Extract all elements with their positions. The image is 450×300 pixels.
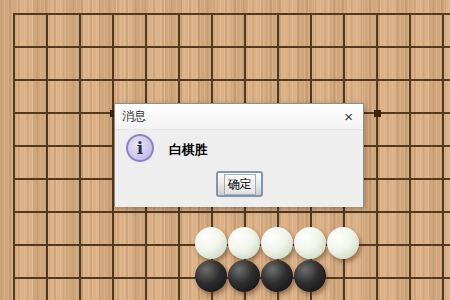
grid-cell	[48, 48, 81, 81]
game-board[interactable]: 消息 × i 白棋胜 确定	[0, 0, 450, 300]
grid-cell	[411, 48, 444, 81]
close-icon[interactable]: ×	[334, 105, 363, 129]
grid-cell	[81, 48, 114, 81]
grid-cell	[15, 147, 48, 180]
grid-cell	[114, 246, 147, 279]
grid-cell	[81, 213, 114, 246]
grid-cell	[48, 114, 81, 147]
grid-cell	[81, 147, 114, 180]
grid-cell	[81, 15, 114, 48]
grid-cell	[378, 246, 411, 279]
grid-cell	[81, 114, 114, 147]
grid-cell	[312, 48, 345, 81]
grid-line	[79, 279, 81, 300]
grid-cell	[48, 81, 81, 114]
grid-cell	[378, 147, 411, 180]
grid-cell	[246, 15, 279, 48]
grid-cell	[345, 15, 378, 48]
grid-line	[444, 277, 450, 279]
grid-line	[376, 279, 378, 300]
grid-cell	[147, 246, 180, 279]
grid-cell	[411, 213, 444, 246]
grid-line	[343, 279, 345, 300]
grid-cell	[279, 15, 312, 48]
grid-line	[13, 279, 15, 300]
message-dialog: 消息 × i 白棋胜 确定	[114, 103, 364, 207]
grid-cell	[312, 15, 345, 48]
white-stone	[195, 227, 227, 259]
grid-cell	[114, 15, 147, 48]
grid-cell	[81, 246, 114, 279]
grid-cell	[48, 180, 81, 213]
grid-cell	[411, 15, 444, 48]
grid-cell	[15, 180, 48, 213]
grid-cell	[246, 48, 279, 81]
grid-cell	[378, 180, 411, 213]
grid-cell	[147, 213, 180, 246]
grid-line	[112, 279, 114, 300]
grid-cell	[15, 48, 48, 81]
dialog-body: i 白棋胜 确定	[115, 130, 363, 207]
grid-cell	[378, 213, 411, 246]
grid-line	[442, 279, 444, 300]
grid-cell	[180, 15, 213, 48]
grid-cell	[411, 147, 444, 180]
grid-cell	[48, 15, 81, 48]
grid-line	[444, 178, 450, 180]
grid-cell	[48, 147, 81, 180]
white-stone	[327, 227, 359, 259]
grid-cell	[378, 48, 411, 81]
grid-line	[444, 244, 450, 246]
grid-cell	[15, 15, 48, 48]
grid-line	[444, 79, 450, 81]
grid-line	[145, 279, 147, 300]
grid-cell	[147, 48, 180, 81]
grid-cell	[378, 81, 411, 114]
grid-cell	[411, 246, 444, 279]
grid-line	[409, 279, 411, 300]
grid-cell	[114, 213, 147, 246]
dialog-message: 白棋胜	[169, 141, 208, 159]
grid-cell	[15, 81, 48, 114]
grid-line	[444, 46, 450, 48]
white-stone	[261, 227, 293, 259]
grid-cell	[48, 213, 81, 246]
grid-cell	[147, 15, 180, 48]
white-stone	[228, 227, 260, 259]
ok-button[interactable]: 确定	[216, 171, 263, 197]
grid-cell	[213, 15, 246, 48]
grid-cell	[378, 15, 411, 48]
black-stone	[195, 260, 227, 292]
info-icon: i	[126, 134, 154, 162]
grid-cell	[15, 246, 48, 279]
ok-button-label: 确定	[224, 174, 256, 195]
grid-cell	[114, 48, 147, 81]
grid-cell	[15, 114, 48, 147]
grid-cell	[180, 48, 213, 81]
white-stone	[294, 227, 326, 259]
black-stone	[294, 260, 326, 292]
grid-line	[444, 13, 450, 15]
grid-line	[444, 145, 450, 147]
dialog-titlebar: 消息 ×	[115, 104, 363, 130]
star-point	[374, 110, 381, 117]
grid-cell	[411, 114, 444, 147]
grid-line	[46, 279, 48, 300]
black-stone	[228, 260, 260, 292]
dialog-title: 消息	[115, 108, 146, 125]
grid-cell	[411, 81, 444, 114]
grid-cell	[15, 213, 48, 246]
grid-cell	[411, 180, 444, 213]
grid-cell	[378, 114, 411, 147]
grid-cell	[213, 48, 246, 81]
grid-cell	[279, 48, 312, 81]
grid-cell	[48, 246, 81, 279]
grid-line	[178, 279, 180, 300]
grid-cell	[345, 48, 378, 81]
grid-line	[444, 211, 450, 213]
grid-line	[444, 112, 450, 114]
black-stone	[261, 260, 293, 292]
grid-cell	[81, 180, 114, 213]
